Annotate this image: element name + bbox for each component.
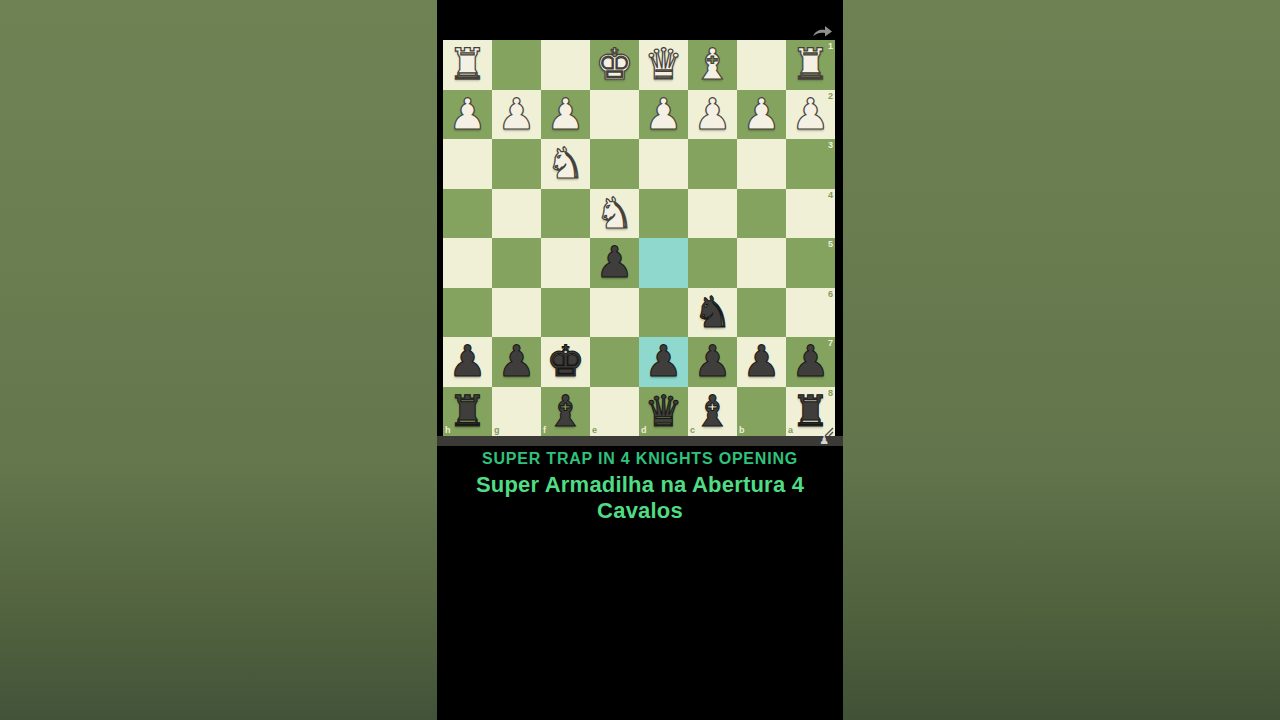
chess-board: ♜♚♛♝1♜♟♟♟♟♟♟2♟♞3♞4♟5♞6♟♟♚♟♟♟7♟h♜gf♝ed♛c♝…: [443, 40, 835, 436]
blurred-background-left: [0, 0, 437, 720]
square-h2[interactable]: ♟: [443, 90, 492, 140]
square-b4[interactable]: [737, 189, 786, 239]
square-d5[interactable]: [639, 238, 688, 288]
square-b3[interactable]: [737, 139, 786, 189]
black-to-move-pawn-icon: ♟: [819, 436, 829, 446]
square-b7[interactable]: ♟: [737, 337, 786, 387]
square-d6[interactable]: [639, 288, 688, 338]
white-king-e1[interactable]: ♚: [590, 40, 639, 90]
square-d1[interactable]: ♛: [639, 40, 688, 90]
square-f3[interactable]: ♞: [541, 139, 590, 189]
square-e6[interactable]: [590, 288, 639, 338]
square-h7[interactable]: ♟: [443, 337, 492, 387]
black-king-f7[interactable]: ♚: [541, 337, 590, 387]
square-c3[interactable]: [688, 139, 737, 189]
square-g5[interactable]: [492, 238, 541, 288]
white-rook-a1[interactable]: ♜: [786, 40, 835, 90]
square-f7[interactable]: ♚: [541, 337, 590, 387]
black-pawn-h7[interactable]: ♟: [443, 337, 492, 387]
file-label-g: g: [494, 425, 500, 435]
square-e4[interactable]: ♞: [590, 189, 639, 239]
white-queen-d1[interactable]: ♛: [639, 40, 688, 90]
square-h5[interactable]: [443, 238, 492, 288]
square-a7[interactable]: 7♟: [786, 337, 835, 387]
square-f2[interactable]: ♟: [541, 90, 590, 140]
square-a6[interactable]: 6: [786, 288, 835, 338]
blurred-background-right: [843, 0, 1280, 720]
rank-label-5: 5: [828, 239, 833, 249]
caption-english: SUPER TRAP IN 4 KNIGHTS OPENING: [437, 450, 843, 468]
square-f4[interactable]: [541, 189, 590, 239]
square-a8[interactable]: 8a♜: [786, 387, 835, 437]
white-knight-e4[interactable]: ♞: [590, 189, 639, 239]
caption-portuguese: Super Armadilha na Abertura 4 Cavalos: [437, 472, 843, 524]
square-d7[interactable]: ♟: [639, 337, 688, 387]
square-a4[interactable]: 4: [786, 189, 835, 239]
square-b5[interactable]: [737, 238, 786, 288]
black-pawn-c7[interactable]: ♟: [688, 337, 737, 387]
square-b6[interactable]: [737, 288, 786, 338]
board-bottom-bar: ♟: [437, 436, 843, 446]
square-c6[interactable]: ♞: [688, 288, 737, 338]
square-b1[interactable]: [737, 40, 786, 90]
square-d2[interactable]: ♟: [639, 90, 688, 140]
square-c5[interactable]: [688, 238, 737, 288]
square-b2[interactable]: ♟: [737, 90, 786, 140]
square-h8[interactable]: h♜: [443, 387, 492, 437]
square-e3[interactable]: [590, 139, 639, 189]
white-pawn-g2[interactable]: ♟: [492, 90, 541, 140]
rank-label-6: 6: [828, 289, 833, 299]
black-rook-h8[interactable]: ♜: [443, 387, 492, 437]
square-d4[interactable]: [639, 189, 688, 239]
screenshot-stage: ♜♚♛♝1♜♟♟♟♟♟♟2♟♞3♞4♟5♞6♟♟♚♟♟♟7♟h♜gf♝ed♛c♝…: [0, 0, 1280, 720]
square-h1[interactable]: ♜: [443, 40, 492, 90]
square-g4[interactable]: [492, 189, 541, 239]
white-pawn-c2[interactable]: ♟: [688, 90, 737, 140]
square-h3[interactable]: [443, 139, 492, 189]
square-b8[interactable]: b: [737, 387, 786, 437]
white-pawn-h2[interactable]: ♟: [443, 90, 492, 140]
square-a2[interactable]: 2♟: [786, 90, 835, 140]
white-bishop-c1[interactable]: ♝: [688, 40, 737, 90]
square-g3[interactable]: [492, 139, 541, 189]
square-c7[interactable]: ♟: [688, 337, 737, 387]
share-arrow-icon[interactable]: [812, 24, 834, 38]
square-c2[interactable]: ♟: [688, 90, 737, 140]
black-pawn-b7[interactable]: ♟: [737, 337, 786, 387]
square-f1[interactable]: [541, 40, 590, 90]
rank-label-4: 4: [828, 190, 833, 200]
square-f6[interactable]: [541, 288, 590, 338]
square-c8[interactable]: c♝: [688, 387, 737, 437]
rank-label-3: 3: [828, 140, 833, 150]
white-rook-h1[interactable]: ♜: [443, 40, 492, 90]
square-c4[interactable]: [688, 189, 737, 239]
white-pawn-d2[interactable]: ♟: [639, 90, 688, 140]
black-pawn-a7[interactable]: ♟: [786, 337, 835, 387]
square-h6[interactable]: [443, 288, 492, 338]
square-e5[interactable]: ♟: [590, 238, 639, 288]
square-g7[interactable]: ♟: [492, 337, 541, 387]
file-label-b: b: [739, 425, 745, 435]
square-d8[interactable]: d♛: [639, 387, 688, 437]
black-pawn-d7[interactable]: ♟: [639, 337, 688, 387]
white-knight-f3[interactable]: ♞: [541, 139, 590, 189]
white-pawn-a2[interactable]: ♟: [786, 90, 835, 140]
square-e8[interactable]: e: [590, 387, 639, 437]
black-bishop-f8[interactable]: ♝: [541, 387, 590, 437]
square-g1[interactable]: [492, 40, 541, 90]
black-queen-d8[interactable]: ♛: [639, 387, 688, 437]
square-e7[interactable]: [590, 337, 639, 387]
white-pawn-b2[interactable]: ♟: [737, 90, 786, 140]
square-a5[interactable]: 5: [786, 238, 835, 288]
square-f8[interactable]: f♝: [541, 387, 590, 437]
square-g8[interactable]: g: [492, 387, 541, 437]
black-pawn-g7[interactable]: ♟: [492, 337, 541, 387]
square-d3[interactable]: [639, 139, 688, 189]
square-g6[interactable]: [492, 288, 541, 338]
square-g2[interactable]: ♟: [492, 90, 541, 140]
black-knight-c6[interactable]: ♞: [688, 288, 737, 338]
square-a1[interactable]: 1♜: [786, 40, 835, 90]
square-a3[interactable]: 3: [786, 139, 835, 189]
square-e2[interactable]: [590, 90, 639, 140]
file-label-e: e: [592, 425, 597, 435]
square-e1[interactable]: ♚: [590, 40, 639, 90]
black-pawn-e5[interactable]: ♟: [590, 238, 639, 288]
square-h4[interactable]: [443, 189, 492, 239]
square-c1[interactable]: ♝: [688, 40, 737, 90]
black-bishop-c8[interactable]: ♝: [688, 387, 737, 437]
white-pawn-f2[interactable]: ♟: [541, 90, 590, 140]
square-f5[interactable]: [541, 238, 590, 288]
video-column: ♜♚♛♝1♜♟♟♟♟♟♟2♟♞3♞4♟5♞6♟♟♚♟♟♟7♟h♜gf♝ed♛c♝…: [437, 0, 843, 720]
